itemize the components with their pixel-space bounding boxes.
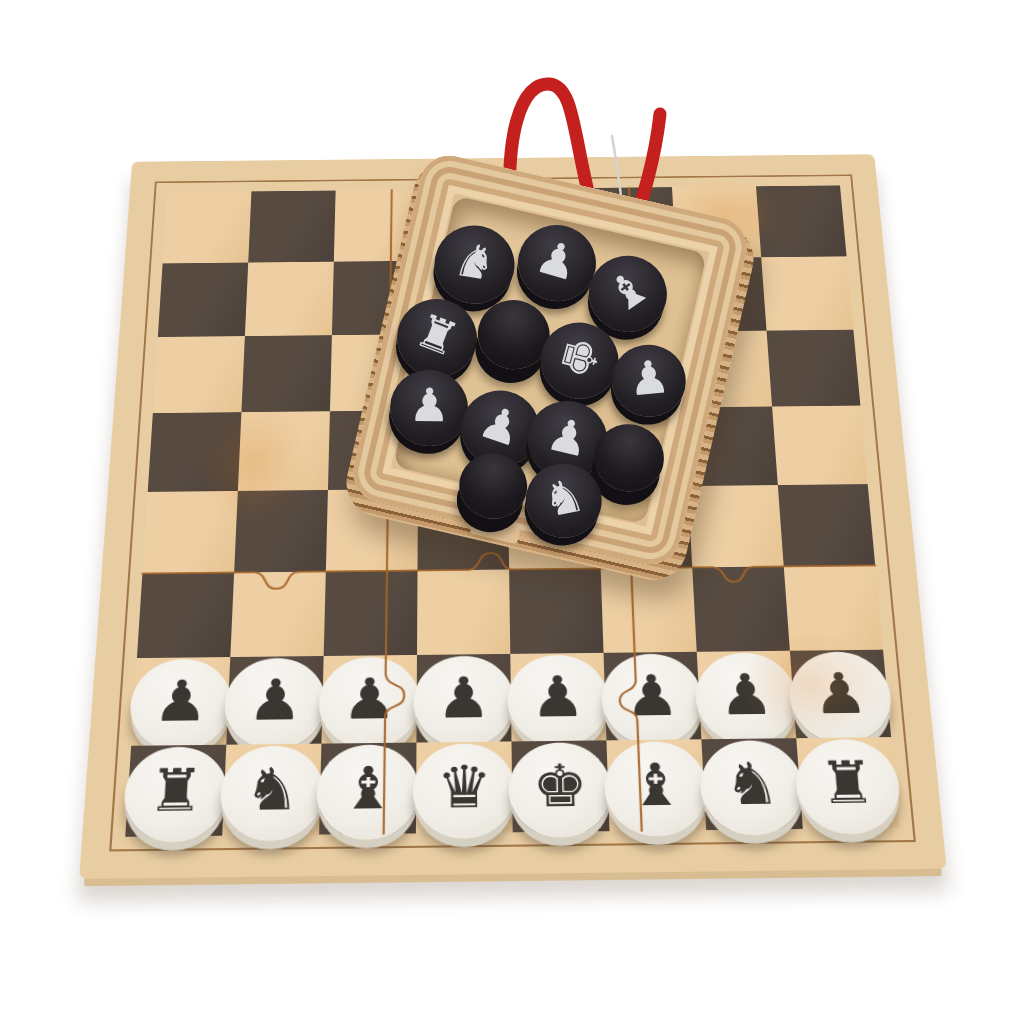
square-h2[interactable]: ♟ bbox=[790, 650, 891, 738]
square-d1[interactable]: ♛ bbox=[416, 741, 513, 833]
pawn-symbol: ♟ bbox=[437, 669, 492, 726]
square-a1[interactable]: ♜ bbox=[125, 745, 226, 837]
box-piece-pawn[interactable]: ♟ bbox=[383, 362, 476, 453]
rook-symbol: ♜ bbox=[147, 761, 206, 820]
square-c2[interactable]: ♟ bbox=[321, 655, 417, 744]
square-b8[interactable] bbox=[248, 191, 335, 263]
pawn-symbol: ♟ bbox=[247, 671, 303, 728]
square-a3[interactable] bbox=[137, 573, 234, 659]
square-a2[interactable]: ♟ bbox=[131, 657, 230, 746]
square-a4[interactable] bbox=[142, 491, 237, 574]
pawn-symbol: ♟ bbox=[409, 382, 451, 429]
box-piece-knight[interactable]: ♞ bbox=[427, 218, 522, 312]
piece-rook-a1[interactable]: ♜ bbox=[122, 746, 230, 842]
pawn-symbol: ♟ bbox=[474, 398, 528, 455]
square-g4[interactable] bbox=[688, 485, 784, 567]
square-h6[interactable] bbox=[767, 330, 861, 407]
square-g3[interactable] bbox=[692, 566, 790, 651]
square-a8[interactable] bbox=[163, 191, 252, 263]
square-h5[interactable] bbox=[772, 406, 868, 485]
square-e1[interactable]: ♚ bbox=[511, 740, 609, 832]
piece-pawn-a2[interactable]: ♟ bbox=[128, 659, 234, 752]
box-piece-pawn[interactable]: ♟ bbox=[605, 337, 693, 424]
square-b3[interactable] bbox=[230, 571, 326, 657]
piece-bishop-c1[interactable]: ♝ bbox=[316, 744, 420, 840]
square-b1[interactable]: ♞ bbox=[222, 744, 321, 836]
square-b6[interactable] bbox=[241, 335, 331, 412]
square-d3[interactable] bbox=[417, 569, 510, 654]
piece-queen-d1[interactable]: ♛ bbox=[413, 743, 516, 839]
piece-pawn-h2[interactable]: ♟ bbox=[787, 651, 895, 744]
pawn-symbol: ♟ bbox=[152, 672, 210, 729]
square-a5[interactable] bbox=[148, 412, 242, 492]
knight-symbol: ♞ bbox=[722, 754, 781, 813]
piece-pawn-f2[interactable]: ♟ bbox=[600, 653, 704, 746]
square-f1[interactable]: ♝ bbox=[606, 739, 706, 831]
square-e3[interactable] bbox=[509, 568, 603, 653]
square-f3[interactable] bbox=[601, 567, 697, 652]
square-c1[interactable]: ♝ bbox=[319, 743, 416, 835]
square-a7[interactable] bbox=[158, 263, 248, 337]
pawn-symbol: ♟ bbox=[543, 410, 594, 464]
knight-symbol: ♞ bbox=[243, 760, 301, 819]
square-b7[interactable] bbox=[245, 262, 334, 336]
pawn-symbol: ♟ bbox=[624, 667, 681, 724]
square-d2[interactable]: ♟ bbox=[416, 654, 511, 743]
scene: { "game": "chess", "title": "Wooden jigs… bbox=[0, 0, 1019, 1019]
pawn-symbol: ♟ bbox=[530, 668, 586, 725]
piece-rook-h1[interactable]: ♜ bbox=[793, 739, 903, 835]
square-h4[interactable] bbox=[778, 484, 875, 566]
pawn-symbol: ♟ bbox=[811, 665, 870, 722]
piece-king-e1[interactable]: ♚ bbox=[508, 742, 613, 838]
pawn-symbol: ♟ bbox=[717, 666, 775, 723]
piece-pawn-d2[interactable]: ♟ bbox=[413, 656, 514, 749]
piece-pawn-b2[interactable]: ♟ bbox=[223, 658, 327, 751]
knight-symbol: ♞ bbox=[540, 472, 589, 525]
piece-knight-g1[interactable]: ♞ bbox=[698, 740, 806, 836]
bishop-symbol: ♝ bbox=[598, 261, 658, 322]
square-h3[interactable] bbox=[784, 565, 883, 650]
piece-pawn-c2[interactable]: ♟ bbox=[318, 657, 420, 750]
piece-pawn-g2[interactable]: ♟ bbox=[694, 652, 800, 745]
bishop-symbol: ♝ bbox=[627, 755, 685, 814]
square-g2[interactable]: ♟ bbox=[697, 651, 797, 740]
square-h1[interactable]: ♜ bbox=[796, 737, 899, 829]
square-b4[interactable] bbox=[234, 490, 328, 573]
bishop-symbol: ♝ bbox=[340, 758, 396, 817]
square-h8[interactable] bbox=[756, 185, 847, 257]
piece-pawn-e2[interactable]: ♟ bbox=[507, 654, 610, 747]
pawn-symbol: ♟ bbox=[531, 233, 583, 289]
square-g1[interactable]: ♞ bbox=[701, 738, 802, 830]
rook-symbol: ♜ bbox=[817, 753, 877, 812]
pawn-symbol: ♟ bbox=[627, 354, 672, 403]
knight-symbol: ♞ bbox=[451, 236, 499, 288]
piece-knight-b1[interactable]: ♞ bbox=[219, 745, 325, 841]
square-e2[interactable]: ♟ bbox=[510, 653, 606, 742]
king-symbol: ♚ bbox=[532, 756, 589, 815]
piece-bishop-f1[interactable]: ♝ bbox=[603, 741, 709, 837]
square-b2[interactable]: ♟ bbox=[226, 656, 323, 745]
queen-symbol: ♛ bbox=[436, 757, 492, 816]
rook-symbol: ♜ bbox=[410, 307, 465, 365]
square-b5[interactable] bbox=[238, 411, 330, 491]
pawn-symbol: ♟ bbox=[342, 670, 397, 727]
square-c3[interactable] bbox=[324, 570, 418, 656]
square-a6[interactable] bbox=[153, 336, 245, 413]
square-f2[interactable]: ♟ bbox=[604, 652, 702, 741]
king-symbol: ♚ bbox=[553, 332, 608, 384]
square-h7[interactable] bbox=[761, 256, 853, 330]
